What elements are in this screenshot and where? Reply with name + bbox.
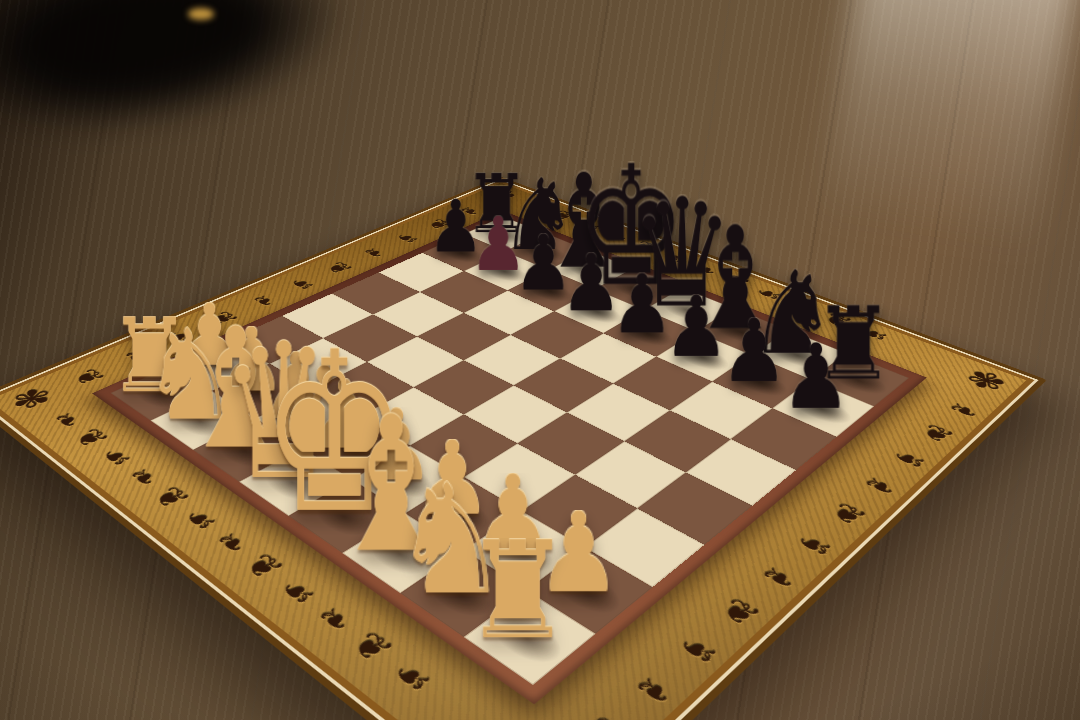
frame-rosette-icon: ✾ xyxy=(948,361,1025,403)
piece-black-pawn-h7: ♟ xyxy=(780,341,850,413)
piece-black-pawn-g7: ♟ xyxy=(720,317,788,387)
piece-black-pawn-f7: ♟ xyxy=(663,294,729,361)
photo-scene: ❧❦☙❧❦☙❧❦☙❧❦☙ ❧❦☙❧❦☙❧❦☙❧❦☙ ❧❦☙❧❦☙❧❦☙❧❦☙ ❧… xyxy=(0,0,1080,720)
piece-white-rook-h1: ♜ xyxy=(462,538,572,645)
